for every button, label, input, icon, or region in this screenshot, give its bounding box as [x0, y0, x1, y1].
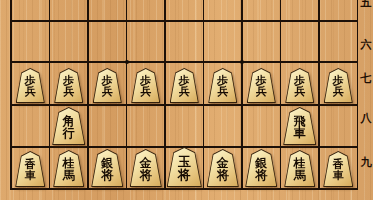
- grid-hline-1: [10, 61, 358, 63]
- grid-vline-2: [87, 0, 89, 189]
- piece-pawn-87[interactable]: 歩兵: [54, 68, 83, 103]
- piece-face: 歩兵: [17, 69, 44, 102]
- piece-face: 銀将: [92, 150, 122, 186]
- grid-vline-6: [241, 0, 243, 189]
- piece-kanji: 歩兵: [101, 73, 113, 98]
- piece-face: 歩兵: [325, 69, 352, 102]
- piece-kanji: 玉将: [177, 153, 191, 181]
- piece-face: 玉将: [168, 148, 201, 186]
- piece-lance-99[interactable]: 香車: [15, 151, 45, 187]
- piece-face: 金将: [208, 150, 238, 186]
- grid-hline-4: [10, 188, 358, 190]
- piece-kanji: 歩兵: [178, 73, 190, 98]
- piece-silver-39[interactable]: 銀将: [245, 149, 277, 187]
- grid-vline-5: [203, 0, 205, 189]
- piece-kanji: 金将: [216, 155, 229, 182]
- piece-pawn-67[interactable]: 歩兵: [131, 68, 160, 103]
- piece-knight-29[interactable]: 桂馬: [284, 150, 315, 187]
- piece-rook-28[interactable]: 飛車: [283, 107, 316, 145]
- grid-vline-3: [126, 0, 128, 189]
- piece-pawn-97[interactable]: 歩兵: [16, 68, 45, 103]
- piece-kanji: 歩兵: [255, 73, 267, 98]
- piece-gold-49[interactable]: 金将: [207, 149, 239, 187]
- piece-pawn-37[interactable]: 歩兵: [247, 68, 276, 103]
- piece-face: 銀将: [246, 150, 276, 186]
- piece-pawn-47[interactable]: 歩兵: [208, 68, 237, 103]
- piece-pawn-17[interactable]: 歩兵: [324, 68, 353, 103]
- grid-vline-1: [49, 0, 51, 189]
- piece-kanji: 香車: [332, 157, 344, 182]
- piece-kanji: 桂馬: [293, 155, 306, 182]
- piece-kanji: 歩兵: [217, 73, 229, 98]
- piece-king-59[interactable]: 玉将: [167, 147, 202, 187]
- piece-face: 桂馬: [285, 151, 314, 186]
- piece-face: 歩兵: [55, 69, 82, 102]
- piece-kanji: 銀将: [255, 155, 268, 182]
- piece-kanji: 歩兵: [332, 73, 344, 98]
- piece-pawn-27[interactable]: 歩兵: [285, 68, 314, 103]
- piece-face: 飛車: [284, 108, 315, 144]
- piece-face: 香車: [324, 152, 352, 186]
- rank-label-9: 九: [359, 157, 373, 168]
- piece-face: 歩兵: [286, 69, 313, 102]
- piece-face: 金将: [131, 150, 161, 186]
- rank-label-5: 五: [359, 0, 373, 8]
- hoshi-star-point-0: [125, 60, 129, 64]
- piece-face: 歩兵: [132, 69, 159, 102]
- piece-pawn-57[interactable]: 歩兵: [170, 68, 199, 103]
- piece-face: 香車: [16, 152, 44, 186]
- rank-label-8: 八: [359, 113, 373, 124]
- grid-vline-7: [280, 0, 282, 189]
- piece-kanji: 歩兵: [294, 73, 306, 98]
- piece-kanji: 歩兵: [63, 73, 75, 98]
- piece-face: 角行: [53, 108, 84, 144]
- piece-bishop-88[interactable]: 角行: [52, 107, 85, 145]
- grid-vline-0: [10, 0, 12, 189]
- piece-face: 歩兵: [209, 69, 236, 102]
- piece-kanji: 香車: [24, 157, 36, 182]
- piece-silver-79[interactable]: 銀将: [91, 149, 123, 187]
- piece-face: 桂馬: [54, 151, 83, 186]
- rank-label-7: 七: [359, 73, 373, 84]
- piece-lance-19[interactable]: 香車: [323, 151, 353, 187]
- hoshi-star-point-1: [240, 60, 244, 64]
- rank-label-6: 六: [359, 39, 373, 50]
- piece-kanji: 桂馬: [62, 155, 75, 182]
- piece-kanji: 飛車: [293, 113, 306, 140]
- piece-knight-89[interactable]: 桂馬: [53, 150, 84, 187]
- grid-vline-8: [318, 0, 320, 189]
- piece-pawn-77[interactable]: 歩兵: [93, 68, 122, 103]
- piece-face: 歩兵: [171, 69, 198, 102]
- piece-kanji: 角行: [62, 113, 75, 140]
- piece-kanji: 歩兵: [140, 73, 152, 98]
- piece-face: 歩兵: [94, 69, 121, 102]
- piece-kanji: 銀将: [101, 155, 114, 182]
- shogi-board: 五六七八九 歩兵歩兵歩兵歩兵歩兵歩兵歩兵歩兵歩兵角行飛車香車桂馬銀将金将玉将金将…: [0, 0, 373, 200]
- piece-gold-69[interactable]: 金将: [130, 149, 162, 187]
- piece-kanji: 金将: [139, 155, 152, 182]
- grid-hline-2: [10, 104, 358, 106]
- piece-kanji: 歩兵: [24, 73, 36, 98]
- grid-hline-0: [10, 20, 358, 22]
- piece-face: 歩兵: [248, 69, 275, 102]
- grid-vline-4: [164, 0, 166, 189]
